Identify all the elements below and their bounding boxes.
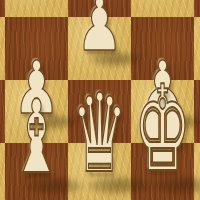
square-e4[interactable]: [131, 0, 194, 17]
chess-board-viewport: ♟♟♟♚♛♝: [0, 0, 200, 200]
white-king-e1[interactable]: ♚: [134, 70, 191, 188]
white-queen-d1[interactable]: ♛: [72, 80, 128, 189]
square-f3[interactable]: [194, 17, 200, 80]
square-f4[interactable]: [194, 0, 200, 17]
white-pawn-d3[interactable]: ♟: [76, 0, 123, 61]
square-f2[interactable]: [194, 80, 200, 143]
white-bishop-c1[interactable]: ♝: [11, 87, 63, 189]
square-c4[interactable]: [5, 0, 68, 17]
